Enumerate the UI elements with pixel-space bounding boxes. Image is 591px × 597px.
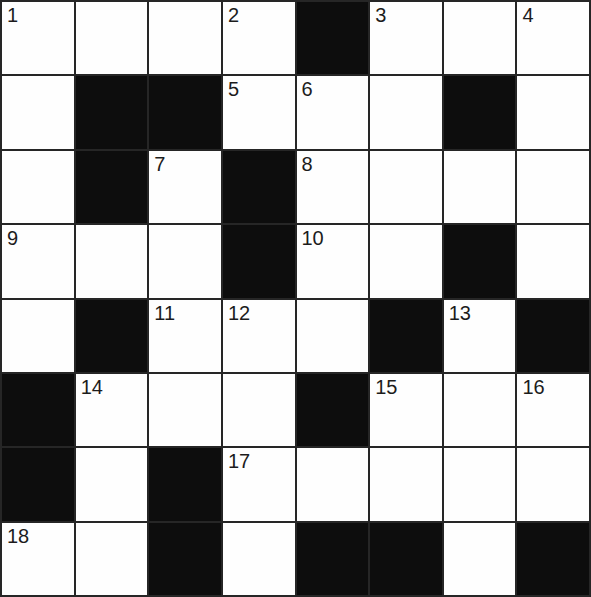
cell-r4c5[interactable]: 10 bbox=[297, 225, 369, 297]
cell-r8c3-black bbox=[149, 523, 221, 595]
cell-r1c4[interactable]: 2 bbox=[223, 2, 295, 74]
cell-r7c4[interactable]: 17 bbox=[223, 448, 295, 520]
cell-r5c4[interactable]: 12 bbox=[223, 300, 295, 372]
cell-r2c5[interactable]: 6 bbox=[297, 76, 369, 148]
cell-r4c2[interactable] bbox=[76, 225, 148, 297]
cell-r1c3[interactable] bbox=[149, 2, 221, 74]
cell-r3c8[interactable] bbox=[517, 151, 589, 223]
cell-r4c6[interactable] bbox=[370, 225, 442, 297]
cell-r3c7[interactable] bbox=[444, 151, 516, 223]
crossword-page: 123456789101112131415161718 bbox=[0, 0, 591, 597]
cell-r5c3[interactable]: 11 bbox=[149, 300, 221, 372]
cell-r8c7[interactable] bbox=[444, 523, 516, 595]
cell-r8c8-black bbox=[517, 523, 589, 595]
cell-r4c4-black bbox=[223, 225, 295, 297]
cell-r6c4[interactable] bbox=[223, 374, 295, 446]
cell-r3c4-black bbox=[223, 151, 295, 223]
cell-r3c1[interactable] bbox=[2, 151, 74, 223]
clue-number-5: 5 bbox=[228, 78, 239, 100]
cell-r1c8[interactable]: 4 bbox=[517, 2, 589, 74]
cell-r5c5[interactable] bbox=[297, 300, 369, 372]
cell-r6c3[interactable] bbox=[149, 374, 221, 446]
cell-r3c2-black bbox=[76, 151, 148, 223]
cell-r6c8[interactable]: 16 bbox=[517, 374, 589, 446]
cell-r6c5-black bbox=[297, 374, 369, 446]
cell-r8c6-black bbox=[370, 523, 442, 595]
clue-number-11: 11 bbox=[154, 302, 175, 324]
cell-r8c4[interactable] bbox=[223, 523, 295, 595]
cell-r7c6[interactable] bbox=[370, 448, 442, 520]
cell-r5c8-black bbox=[517, 300, 589, 372]
clue-number-10: 10 bbox=[302, 227, 324, 249]
cell-r1c1[interactable]: 1 bbox=[2, 2, 74, 74]
cell-r3c3[interactable]: 7 bbox=[149, 151, 221, 223]
cell-r4c8[interactable] bbox=[517, 225, 589, 297]
cell-r4c7-black bbox=[444, 225, 516, 297]
cell-r5c7[interactable]: 13 bbox=[444, 300, 516, 372]
clue-number-12: 12 bbox=[228, 302, 250, 324]
cell-r2c4[interactable]: 5 bbox=[223, 76, 295, 148]
cell-r2c2-black bbox=[76, 76, 148, 148]
cell-r2c6[interactable] bbox=[370, 76, 442, 148]
cell-r7c5[interactable] bbox=[297, 448, 369, 520]
cell-r2c3-black bbox=[149, 76, 221, 148]
cell-r2c1[interactable] bbox=[2, 76, 74, 148]
cell-r7c1-black bbox=[2, 448, 74, 520]
crossword-board: 123456789101112131415161718 bbox=[0, 0, 591, 597]
clue-number-14: 14 bbox=[81, 376, 103, 398]
clue-number-8: 8 bbox=[302, 153, 313, 175]
cell-r6c7[interactable] bbox=[444, 374, 516, 446]
cell-r4c3[interactable] bbox=[149, 225, 221, 297]
cell-r5c6-black bbox=[370, 300, 442, 372]
cell-r7c8[interactable] bbox=[517, 448, 589, 520]
cell-r6c1-black bbox=[2, 374, 74, 446]
clue-number-15: 15 bbox=[375, 376, 397, 398]
clue-number-2: 2 bbox=[228, 4, 239, 26]
clue-number-3: 3 bbox=[375, 4, 386, 26]
cell-r7c3-black bbox=[149, 448, 221, 520]
cell-r7c2[interactable] bbox=[76, 448, 148, 520]
cell-r6c2[interactable]: 14 bbox=[76, 374, 148, 446]
cell-r1c5-black bbox=[297, 2, 369, 74]
cell-r5c2-black bbox=[76, 300, 148, 372]
cell-r1c7[interactable] bbox=[444, 2, 516, 74]
cell-r8c5-black bbox=[297, 523, 369, 595]
cell-r5c1[interactable] bbox=[2, 300, 74, 372]
clue-number-18: 18 bbox=[7, 525, 29, 547]
clue-number-7: 7 bbox=[154, 153, 165, 175]
clue-number-9: 9 bbox=[7, 227, 18, 249]
clue-number-1: 1 bbox=[7, 4, 18, 26]
cell-r8c2[interactable] bbox=[76, 523, 148, 595]
clue-number-17: 17 bbox=[228, 450, 250, 472]
cell-r1c2[interactable] bbox=[76, 2, 148, 74]
cell-r2c7-black bbox=[444, 76, 516, 148]
clue-number-16: 16 bbox=[522, 376, 544, 398]
cell-r1c6[interactable]: 3 bbox=[370, 2, 442, 74]
cell-r8c1[interactable]: 18 bbox=[2, 523, 74, 595]
cell-r4c1[interactable]: 9 bbox=[2, 225, 74, 297]
cell-r2c8[interactable] bbox=[517, 76, 589, 148]
cell-r3c5[interactable]: 8 bbox=[297, 151, 369, 223]
cell-r7c7[interactable] bbox=[444, 448, 516, 520]
clue-number-4: 4 bbox=[522, 4, 533, 26]
clue-number-6: 6 bbox=[302, 78, 313, 100]
cell-r3c6[interactable] bbox=[370, 151, 442, 223]
cell-r6c6[interactable]: 15 bbox=[370, 374, 442, 446]
clue-number-13: 13 bbox=[449, 302, 471, 324]
